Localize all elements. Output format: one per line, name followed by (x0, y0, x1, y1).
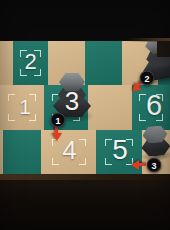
stone-piece[interactable] (139, 124, 170, 159)
cell-r1c2[interactable] (88, 85, 132, 130)
cell-r2c2-square-4[interactable]: 4 (41, 130, 96, 174)
square-number-2: 2 (24, 49, 36, 75)
cell-r1c0-square-1[interactable]: 1 (0, 85, 44, 130)
square-number-3: 3 (65, 86, 79, 117)
table-corner (157, 41, 170, 57)
cell-r0c1-square-2[interactable]: 2 (13, 41, 48, 85)
square-number-1: 1 (19, 95, 31, 119)
square-number-4: 4 (62, 135, 76, 166)
move-arrow-left-icon (131, 159, 147, 171)
move-order-badge-3: 3 (147, 158, 162, 173)
cell-r0c0[interactable] (0, 41, 13, 85)
letterbox-top (0, 0, 170, 41)
square-number-6: 6 (146, 89, 162, 122)
cell-r2c1[interactable] (3, 130, 41, 174)
move-order-badge-2: 2 (140, 71, 155, 86)
square-number-5: 5 (112, 134, 128, 166)
move-order-badge-1: 1 (51, 113, 66, 128)
game-screen: 213645123 (0, 0, 170, 230)
table-background (0, 180, 170, 230)
